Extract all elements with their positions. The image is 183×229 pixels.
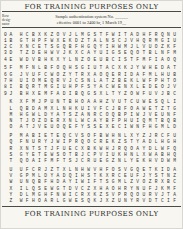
row-letter: B (8, 38, 14, 43)
top-rule (2, 11, 181, 12)
grid-cell: F (172, 44, 178, 49)
grid-row-K: KXFMJPUNTBHOAAHZVUTCUWESQLI (3, 99, 183, 105)
grid-cell: V (172, 84, 178, 89)
grid-cell: M (172, 50, 178, 55)
top-banner: FOR TRAINING PURPOSES ONLY (0, 0, 183, 11)
row-letter: U (8, 167, 14, 172)
row-letter: R (8, 146, 14, 151)
row-letter: L (8, 106, 14, 111)
grid-row-F: 5FMFNLBFOQHSGIUTACXKJYWHEDAT (3, 65, 183, 71)
grid-row-U: UUFCRJZTXLNHWVHFOSVGQETKIDA (3, 166, 183, 172)
grid-cell: Q (172, 152, 178, 157)
table-title: Sample authentication system No. ______ … (0, 14, 183, 26)
grid-cell: T (172, 65, 178, 70)
grid-cell: B (172, 118, 178, 123)
grid-row-Z: ZWFHOARLGWESQKJXZUNYRVDTCIF (3, 198, 183, 204)
grid-row-O: OATJVEUOQEFYSSEXECIWNFHGMLD (3, 124, 183, 130)
grid-cell: M (172, 158, 178, 163)
row-letter: K (8, 99, 14, 104)
letter-grid: 0AHCBXKZOVJLMGSTFWITADHFRQNU1BGTHPFWXEKD… (0, 28, 183, 204)
row-letter: S (8, 152, 14, 157)
row-letter: W (8, 179, 14, 184)
grid-cell: G (172, 106, 178, 111)
row-group: UUFCRJZTXLNHWVHFOSVGQETKIDAVGPMLDYADQIHS… (3, 166, 183, 204)
grid-row-T: TQOAIFMFTSJCRUEGZNLYEKHVDWM (3, 158, 183, 164)
grid-cell: Q (172, 57, 178, 62)
grid-row-V: VGPMLDYADQIHSTKXRCEUFJYSTNZ (3, 173, 183, 179)
grid-cell: U (172, 133, 178, 138)
bottom-banner: FOR TRAINING PURPOSES ONLY (0, 207, 183, 218)
row-group: 0AHCBXKZOVJLMGSTFWITADHFRQNU1BGTHPFWXEKD… (3, 31, 183, 62)
grid-row-Q: QFNURYJWIPRQOCREKZSTYADLHGH (3, 139, 183, 145)
grid-cell: A (172, 167, 178, 172)
grid-row-X: XILQSEWGTDVCZXHAOHRYNUFJKMF (3, 185, 183, 191)
grid-row-E: 4EWDVBHKXYLNZOEUBCISTFMFIAOQ (3, 56, 183, 62)
row-letter: X (8, 186, 14, 191)
grid-row-B: 1BGTHPFWXEKDZTALNSCJVHQRMGIU (3, 37, 183, 43)
grid-cell: U (172, 32, 178, 37)
grid-cell: H (172, 139, 178, 144)
row-letter: G (8, 72, 14, 77)
grid-cell: D (172, 124, 178, 129)
row-letter: O (8, 124, 14, 129)
row-letter: H (8, 78, 14, 83)
row-letter: A (8, 32, 14, 37)
row-letter: M (8, 112, 14, 117)
grid-cell: B (172, 72, 178, 77)
grid-row-W: WUNQBFHDAYIWIFTSGMLZVOZRXBC (3, 179, 183, 185)
grid-row-D: 3DTZDEHWVJKXCAYUIGSEQOTBLNFM (3, 50, 183, 56)
grid-cell: Q (172, 146, 178, 151)
grid-cell: C (172, 179, 178, 184)
grid-cell: O (172, 78, 178, 83)
row-letter: P (8, 133, 14, 138)
grid-cell: F (172, 198, 178, 203)
grid-cell: F (172, 186, 178, 191)
grid-cell: Z (172, 173, 178, 178)
row-group: PMABIETEQCVSOFBWHNLXYZJRCFUQFNURYJWIPRQO… (3, 132, 183, 163)
row-group: KXFMJPUNTBHOAAHZVUTCUWESQLILQBDAMXLNHKUI… (3, 99, 183, 130)
document-page: FOR TRAINING PURPOSES ONLY Row desig- na… (0, 0, 183, 229)
grid-row-A: 0AHCBXKZOVJLMGSTFWITADHFRQNU (3, 31, 183, 37)
row-letter: E (8, 57, 14, 62)
row-letter: Y (8, 192, 14, 197)
table-header: Row desig- nator Sample authentication s… (0, 13, 183, 27)
grid-row-Y: YDLMGHFNWICRXKZSVPRQOURVJTA (3, 191, 183, 197)
grid-row-J: 9JBHXEMFADIBQGSXLTYZOWFUVJBC (3, 90, 183, 96)
grid-row-S: SGYETEWSOTBJCPVIUKHNLXWABHQ (3, 151, 183, 157)
grid-row-G: 6GJVUFCWOZYTRXAOQERIDAFMLHUB (3, 71, 183, 77)
grid-cell: C (172, 91, 178, 96)
grid-row-M: MHGWLDYATSZANRCOQBPIWJVEUNF (3, 111, 183, 117)
grid-row-L: LQBDAMXLNHKUIVFCJBFOAWETZTG (3, 105, 183, 111)
row-letter: Z (8, 198, 14, 203)
row-letter: V (8, 173, 14, 178)
grid-row-C: 2CXNCETSGQBFHGQYIHWMJLVUOZKF (3, 44, 183, 50)
row-letter: I (8, 84, 14, 89)
grid-row-P: PMABIETEQCVSOFBWHNLXYZJRCFU (3, 132, 183, 138)
row-letter: N (8, 118, 14, 123)
grid-row-H: 7HUIOMEQRVJCSNLATZBEKLWFPHTO (3, 77, 183, 83)
row-letter: J (8, 91, 14, 96)
row-letter: D (8, 50, 14, 55)
grid-row-R: RXNTSTJFUECXBKWHJRQOAYDLWFQ (3, 145, 183, 151)
table-title-line2: effective 0001 to 2400 hr, 1 March 19__ (0, 20, 183, 26)
grid-cell: F (172, 112, 178, 117)
grid-row-I: 8IBQRTMGIUHPFSYACWENXLEDEOJV (3, 84, 183, 90)
grid-row-N: NTJOZDERXNLWCAYBFPHUIQMTBQB (3, 117, 183, 123)
row-letter: T (8, 158, 14, 163)
grid-cell: I (172, 99, 178, 104)
grid-cell: U (172, 38, 178, 43)
row-letter: Q (8, 139, 14, 144)
row-letter: F (8, 65, 14, 70)
row-group: 5FMFNLBFOQHSGIUTACXKJYWHEDAT6GJVUFCWOZYT… (3, 65, 183, 96)
row-letter: C (8, 44, 14, 49)
grid-cell: A (172, 192, 178, 197)
